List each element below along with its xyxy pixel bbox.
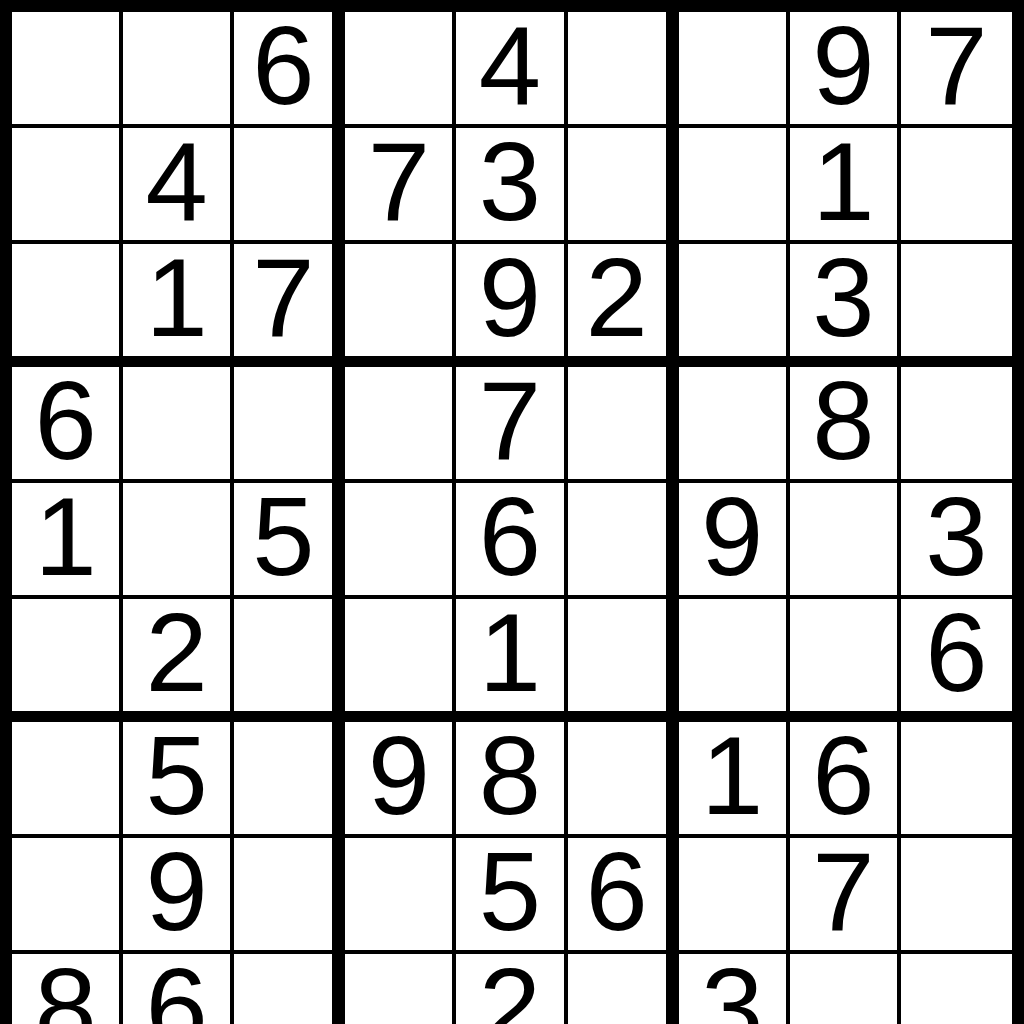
cell-r5c6[interactable]: [568, 483, 679, 599]
cell-r7c5[interactable]: 8: [456, 722, 567, 838]
cell-r4c9[interactable]: [901, 367, 1012, 483]
cell-r2c3[interactable]: [234, 128, 345, 244]
given-digit: 3: [701, 952, 763, 1024]
cell-r8c3[interactable]: [234, 838, 345, 954]
given-digit: 6: [252, 10, 314, 122]
cell-r6c4[interactable]: [345, 599, 456, 722]
cell-r1c1[interactable]: [12, 12, 123, 128]
given-digit: 9: [368, 720, 430, 832]
cell-r2c7[interactable]: [679, 128, 790, 244]
cell-r4c5[interactable]: 7: [456, 367, 567, 483]
cell-r1c3[interactable]: 6: [234, 12, 345, 128]
cell-r6c3[interactable]: [234, 599, 345, 722]
cell-r9c5[interactable]: 2: [456, 954, 567, 1024]
cell-r9c3[interactable]: [234, 954, 345, 1024]
cell-r3c1[interactable]: [12, 244, 123, 367]
cell-r3c4[interactable]: [345, 244, 456, 367]
given-digit: 2: [146, 597, 208, 709]
given-digit: 8: [812, 365, 874, 477]
given-digit: 1: [146, 242, 208, 354]
cell-r4c7[interactable]: [679, 367, 790, 483]
cell-r6c8[interactable]: [790, 599, 901, 722]
cell-r5c9[interactable]: 3: [901, 483, 1012, 599]
cell-r3c5[interactable]: 9: [456, 244, 567, 367]
cell-r5c2[interactable]: [123, 483, 234, 599]
cell-r1c8[interactable]: 9: [790, 12, 901, 128]
given-digit: 5: [146, 720, 208, 832]
cell-r6c2[interactable]: 2: [123, 599, 234, 722]
cell-r1c6[interactable]: [568, 12, 679, 128]
given-digit: 6: [812, 720, 874, 832]
cell-r1c9[interactable]: 7: [901, 12, 1012, 128]
cell-r6c1[interactable]: [12, 599, 123, 722]
given-digit: 4: [146, 126, 208, 238]
given-digit: 9: [701, 481, 763, 593]
cell-r2c8[interactable]: 1: [790, 128, 901, 244]
cell-r5c7[interactable]: 9: [679, 483, 790, 599]
cell-r6c9[interactable]: 6: [901, 599, 1012, 722]
cell-r5c8[interactable]: [790, 483, 901, 599]
cell-r4c1[interactable]: 6: [12, 367, 123, 483]
cell-r3c9[interactable]: [901, 244, 1012, 367]
cell-r2c9[interactable]: [901, 128, 1012, 244]
cell-r7c4[interactable]: 9: [345, 722, 456, 838]
cell-r9c2[interactable]: 6: [123, 954, 234, 1024]
cell-r6c6[interactable]: [568, 599, 679, 722]
cell-r8c5[interactable]: 5: [456, 838, 567, 954]
cell-r2c4[interactable]: 7: [345, 128, 456, 244]
cell-r7c7[interactable]: 1: [679, 722, 790, 838]
cell-r7c2[interactable]: 5: [123, 722, 234, 838]
given-digit: 9: [812, 10, 874, 122]
cell-r3c7[interactable]: [679, 244, 790, 367]
given-digit: 6: [146, 952, 208, 1024]
cell-r9c1[interactable]: 8: [12, 954, 123, 1024]
given-digit: 3: [812, 242, 874, 354]
given-digit: 7: [925, 10, 987, 122]
cell-r9c8[interactable]: [790, 954, 901, 1024]
cell-r5c3[interactable]: 5: [234, 483, 345, 599]
cell-r3c2[interactable]: 1: [123, 244, 234, 367]
cell-r8c8[interactable]: 7: [790, 838, 901, 954]
cell-r1c5[interactable]: 4: [456, 12, 567, 128]
cell-r2c1[interactable]: [12, 128, 123, 244]
given-digit: 1: [701, 720, 763, 832]
given-digit: 6: [34, 365, 96, 477]
given-digit: 9: [146, 836, 208, 948]
cell-r3c6[interactable]: 2: [568, 244, 679, 367]
cell-r7c3[interactable]: [234, 722, 345, 838]
cell-r1c4[interactable]: [345, 12, 456, 128]
given-digit: 3: [479, 126, 541, 238]
cell-r1c2[interactable]: [123, 12, 234, 128]
cell-r2c6[interactable]: [568, 128, 679, 244]
given-digit: 8: [34, 952, 96, 1024]
cell-r9c6[interactable]: [568, 954, 679, 1024]
cell-r8c4[interactable]: [345, 838, 456, 954]
cell-r3c8[interactable]: 3: [790, 244, 901, 367]
cell-r7c1[interactable]: [12, 722, 123, 838]
given-digit: 5: [252, 481, 314, 593]
cell-r4c8[interactable]: 8: [790, 367, 901, 483]
given-digit: 7: [252, 242, 314, 354]
cell-r9c7[interactable]: 3: [679, 954, 790, 1024]
cell-r9c4[interactable]: [345, 954, 456, 1024]
cell-r7c8[interactable]: 6: [790, 722, 901, 838]
cell-r8c6[interactable]: 6: [568, 838, 679, 954]
cell-r7c9[interactable]: [901, 722, 1012, 838]
cell-r4c3[interactable]: [234, 367, 345, 483]
cell-r2c5[interactable]: 3: [456, 128, 567, 244]
given-digit: 3: [925, 481, 987, 593]
cell-r7c6[interactable]: [568, 722, 679, 838]
given-digit: 1: [812, 126, 874, 238]
cell-r6c5[interactable]: 1: [456, 599, 567, 722]
given-digit: 8: [479, 720, 541, 832]
given-digit: 1: [479, 597, 541, 709]
given-digit: 5: [479, 836, 541, 948]
cell-r8c2[interactable]: 9: [123, 838, 234, 954]
cell-r9c9[interactable]: [901, 954, 1012, 1024]
cell-r4c6[interactable]: [568, 367, 679, 483]
given-digit: 2: [479, 952, 541, 1024]
given-digit: 4: [479, 10, 541, 122]
cell-r5c5[interactable]: 6: [456, 483, 567, 599]
given-digit: 6: [479, 481, 541, 593]
given-digit: 7: [479, 365, 541, 477]
cell-r5c4[interactable]: [345, 483, 456, 599]
cell-r2c2[interactable]: 4: [123, 128, 234, 244]
given-digit: 7: [368, 126, 430, 238]
given-digit: 9: [479, 242, 541, 354]
given-digit: 6: [585, 836, 647, 948]
sudoku-board: 6497473117923678156932165981695678623: [0, 0, 1024, 1024]
cell-r8c9[interactable]: [901, 838, 1012, 954]
given-digit: 7: [812, 836, 874, 948]
cell-r4c2[interactable]: [123, 367, 234, 483]
given-digit: 6: [925, 597, 987, 709]
cell-r5c1[interactable]: 1: [12, 483, 123, 599]
cell-r6c7[interactable]: [679, 599, 790, 722]
cell-r4c4[interactable]: [345, 367, 456, 483]
cell-r3c3[interactable]: 7: [234, 244, 345, 367]
cell-r8c1[interactable]: [12, 838, 123, 954]
cell-r1c7[interactable]: [679, 12, 790, 128]
given-digit: 1: [34, 481, 96, 593]
given-digit: 2: [585, 242, 647, 354]
cell-r8c7[interactable]: [679, 838, 790, 954]
